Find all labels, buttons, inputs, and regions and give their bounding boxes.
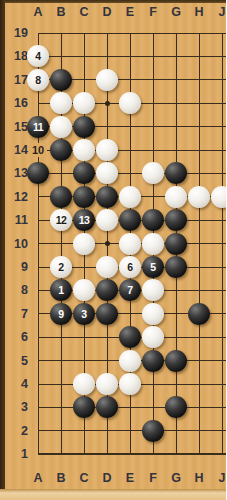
stone-white-J12 — [211, 186, 226, 208]
coord-label-row-17: 17 — [0, 72, 28, 88]
stone-black-A13 — [27, 162, 49, 184]
stone-black-F2 — [142, 420, 164, 442]
stone-black-C12 — [73, 186, 95, 208]
stone-white-D11 — [96, 209, 118, 231]
stone-black-G9 — [165, 256, 187, 278]
coord-label-row-8: 8 — [0, 282, 28, 298]
stone-black-D3 — [96, 396, 118, 418]
stone-white-F8 — [142, 279, 164, 301]
stone-white-move-6-E9: 6 — [119, 256, 141, 278]
coord-label-row-16: 16 — [0, 95, 28, 111]
stone-white-move-12-B11: 12 — [50, 209, 72, 231]
stone-white-move-8-A17: 8 — [27, 69, 49, 91]
stone-white-move-4-A18: 4 — [27, 45, 49, 67]
move-label-empty-point-A14: 10 — [29, 143, 47, 157]
coord-label-bottom-E: E — [122, 470, 138, 486]
coord-label-bottom-F: F — [145, 470, 161, 486]
stone-white-F10 — [142, 233, 164, 255]
coord-label-top-J: J — [214, 4, 226, 20]
board-edge-top — [0, 0, 226, 3]
stone-white-B16 — [50, 92, 72, 114]
star-point-D10 — [105, 241, 110, 246]
grid-line-row-18 — [38, 56, 227, 57]
coord-label-row-3: 3 — [0, 399, 28, 415]
stone-black-G5 — [165, 350, 187, 372]
stone-white-D14 — [96, 139, 118, 161]
coord-label-bottom-H: H — [191, 470, 207, 486]
stone-white-C8 — [73, 279, 95, 301]
stone-white-G12 — [165, 186, 187, 208]
stone-black-move-7-E8: 7 — [119, 279, 141, 301]
coord-label-row-9: 9 — [0, 259, 28, 275]
stone-black-C15 — [73, 116, 95, 138]
coord-label-top-F: F — [145, 4, 161, 20]
stone-white-E12 — [119, 186, 141, 208]
stone-white-C4 — [73, 373, 95, 395]
stone-black-G10 — [165, 233, 187, 255]
coord-label-top-E: E — [122, 4, 138, 20]
coord-label-row-19: 19 — [0, 25, 28, 41]
stone-black-G11 — [165, 209, 187, 231]
stone-white-H12 — [188, 186, 210, 208]
stone-black-D12 — [96, 186, 118, 208]
stone-black-H7 — [188, 303, 210, 325]
stone-white-C16 — [73, 92, 95, 114]
coord-label-row-12: 12 — [0, 189, 28, 205]
grid-line-row-3 — [38, 407, 227, 408]
stone-black-D8 — [96, 279, 118, 301]
coord-label-row-13: 13 — [0, 165, 28, 181]
stone-black-move-1-B8: 1 — [50, 279, 72, 301]
stone-white-D13 — [96, 162, 118, 184]
coord-label-row-14: 14 — [0, 142, 28, 158]
stone-white-D17 — [96, 69, 118, 91]
coord-label-row-10: 10 — [0, 236, 28, 252]
coord-label-top-C: C — [76, 4, 92, 20]
grid-line-row-13 — [38, 173, 227, 174]
stone-black-C13 — [73, 162, 95, 184]
coord-label-top-A: A — [30, 4, 46, 20]
go-diagram: AABBCCDDEEFFGGHHJJ1918171615141312111098… — [0, 0, 226, 500]
stone-white-F13 — [142, 162, 164, 184]
stone-white-E4 — [119, 373, 141, 395]
stone-black-G13 — [165, 162, 187, 184]
grid-line-row-1 — [38, 453, 227, 455]
grid-line-row-19 — [38, 33, 227, 34]
stone-black-E11 — [119, 209, 141, 231]
coord-label-bottom-B: B — [53, 470, 69, 486]
stone-white-F6 — [142, 326, 164, 348]
stone-black-F5 — [142, 350, 164, 372]
stone-black-G3 — [165, 396, 187, 418]
coord-label-row-6: 6 — [0, 329, 28, 345]
stone-black-move-9-B7: 9 — [50, 303, 72, 325]
stone-white-D4 — [96, 373, 118, 395]
star-point-D16 — [105, 101, 110, 106]
coord-label-row-7: 7 — [0, 306, 28, 322]
stone-black-D7 — [96, 303, 118, 325]
stone-black-B17 — [50, 69, 72, 91]
coord-label-top-D: D — [99, 4, 115, 20]
stone-black-move-11-A15: 11 — [27, 116, 49, 138]
grid-line-row-2 — [38, 430, 227, 431]
stone-black-E6 — [119, 326, 141, 348]
coord-label-row-2: 2 — [0, 423, 28, 439]
board-bottom-bevel — [0, 489, 226, 500]
stone-white-D9 — [96, 256, 118, 278]
stone-black-F11 — [142, 209, 164, 231]
stone-black-B12 — [50, 186, 72, 208]
stone-black-move-5-F9: 5 — [142, 256, 164, 278]
stone-white-E10 — [119, 233, 141, 255]
coord-label-top-B: B — [53, 4, 69, 20]
stone-white-move-2-B9: 2 — [50, 256, 72, 278]
coord-label-bottom-A: A — [30, 470, 46, 486]
coord-label-top-H: H — [191, 4, 207, 20]
stone-black-B14 — [50, 139, 72, 161]
stone-black-move-3-C7: 3 — [73, 303, 95, 325]
stone-black-C3 — [73, 396, 95, 418]
coord-label-row-5: 5 — [0, 353, 28, 369]
stone-white-F7 — [142, 303, 164, 325]
stone-white-C10 — [73, 233, 95, 255]
coord-label-bottom-G: G — [168, 470, 184, 486]
stone-white-E5 — [119, 350, 141, 372]
coord-label-row-18: 18 — [0, 48, 28, 64]
coord-label-row-15: 15 — [0, 119, 28, 135]
coord-label-bottom-D: D — [99, 470, 115, 486]
coord-label-bottom-J: J — [214, 470, 226, 486]
stone-black-move-13-C11: 13 — [73, 209, 95, 231]
stone-white-E16 — [119, 92, 141, 114]
coord-label-bottom-C: C — [76, 470, 92, 486]
stone-white-B15 — [50, 116, 72, 138]
coord-label-top-G: G — [168, 4, 184, 20]
coord-label-row-4: 4 — [0, 376, 28, 392]
stone-white-C14 — [73, 139, 95, 161]
coord-label-row-11: 11 — [0, 212, 28, 228]
coord-label-row-1: 1 — [0, 446, 28, 462]
